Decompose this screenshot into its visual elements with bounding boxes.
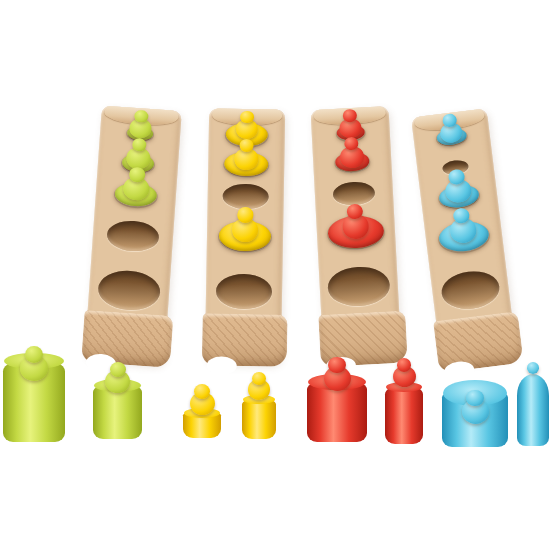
loose-cylinder-blue-size-5 <box>442 388 508 447</box>
block-bottom-end-face <box>202 313 288 366</box>
loose-cylinder-blue-size-2 <box>517 374 549 446</box>
loose-cylinder-yellow-size-3 <box>183 411 221 438</box>
cylinder-block-red <box>311 106 402 360</box>
hole-size-3-empty <box>222 183 268 209</box>
cylinder-knob-head <box>129 166 146 181</box>
cylinder-knob-head <box>527 362 539 374</box>
hole-size-3-empty <box>332 181 375 206</box>
loose-cylinder-red-size-5 <box>307 379 367 442</box>
cylinder-knob-head <box>343 109 357 122</box>
toy-scene <box>0 0 555 555</box>
cylinder-knob-head <box>328 357 345 373</box>
hole-size-5-empty <box>327 265 391 307</box>
cylinder-block-yellow <box>205 108 285 364</box>
cylinder-body <box>517 374 549 446</box>
loose-cylinder-lime-size-4 <box>93 383 142 439</box>
loose-cylinder-lime-size-5 <box>3 358 65 442</box>
hole-size-5-empty <box>439 268 501 312</box>
cylinder-knob-head <box>239 138 254 152</box>
hole-size-5-empty <box>97 268 162 311</box>
block-bottom-end-face <box>81 309 173 367</box>
hole-size-4-empty <box>106 219 160 253</box>
cylinder-knob-head <box>25 346 43 363</box>
block-bottom-end-face <box>433 311 524 373</box>
cylinder-knob-head <box>397 358 412 372</box>
cylinder-body <box>242 398 276 439</box>
cylinder-block-blue <box>411 108 517 365</box>
cylinder-knob-head <box>466 390 483 406</box>
loose-cylinder-yellow-size-5 <box>242 398 276 439</box>
hole-size-5-empty <box>216 273 273 309</box>
loose-cylinder-red-size-3 <box>385 385 423 444</box>
cylinder-body <box>385 385 423 444</box>
cylinder-knob-head <box>110 362 126 377</box>
cylinder-block-lime <box>84 105 182 365</box>
cylinder-knob-head <box>237 207 254 223</box>
cylinder-knob-head <box>240 110 254 123</box>
